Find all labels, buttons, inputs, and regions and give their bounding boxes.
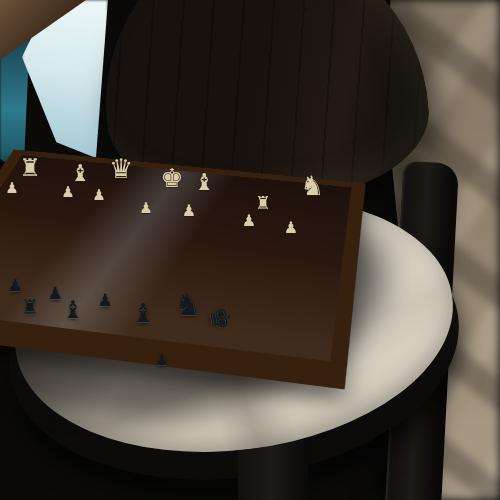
piece-black-rook-c8[interactable]: ♜: [20, 297, 40, 317]
piece-black-pawn-c7[interactable]: ♟: [7, 277, 24, 294]
piece-white-rook-a1[interactable]: ♜: [18, 156, 42, 180]
piece-white-bishop-offboard[interactable]: ♝: [0, 144, 4, 166]
piece-black-bishop-d8[interactable]: ♝: [61, 298, 85, 322]
piece-white-knight-h1[interactable]: ♞: [299, 172, 326, 199]
piece-black-bishop-f8[interactable]: ♝: [130, 300, 156, 326]
piece-white-bishop-f1[interactable]: ♝: [193, 171, 216, 194]
piece-white-pawn-f2[interactable]: ♟: [181, 203, 197, 219]
piece-white-bishop-c1[interactable]: ♝: [69, 162, 92, 185]
piece-white-pawn-b2[interactable]: ♟: [61, 185, 76, 200]
piece-white-pawn-h2[interactable]: ♟: [283, 220, 299, 236]
piece-black-knight-g8[interactable]: ♞: [173, 290, 203, 320]
piece-white-pawn-e2[interactable]: ♟: [139, 201, 154, 216]
chess-photo-scene: ♜♝♛♚♝♜♞♟♟♟♟♟♟♟♜♝♝♞♚♟♟♟♟♝: [0, 0, 500, 500]
piece-white-queen-d1[interactable]: ♛: [108, 155, 135, 182]
piece-white-rook-g1[interactable]: ♜: [254, 194, 272, 212]
piece-white-pawn-a2[interactable]: ♟: [5, 181, 20, 196]
piece-white-pawn-c2[interactable]: ♟: [92, 188, 107, 203]
piece-white-king-e1[interactable]: ♚: [159, 165, 185, 191]
piece-black-pawn-offboard[interactable]: ♟: [154, 352, 170, 368]
piece-black-king-h7-fallen[interactable]: ♚: [206, 303, 236, 333]
piece-black-pawn-e7[interactable]: ♟: [97, 292, 114, 309]
piece-black-pawn-d7[interactable]: ♟: [47, 285, 64, 302]
piece-white-pawn-g2[interactable]: ♟: [241, 213, 257, 229]
